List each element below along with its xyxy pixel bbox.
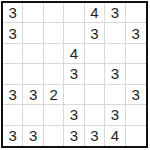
grid-cell[interactable] bbox=[3, 44, 23, 64]
grid-cell[interactable] bbox=[44, 64, 64, 84]
grid-cell[interactable] bbox=[105, 23, 125, 43]
grid-cell[interactable] bbox=[3, 105, 23, 125]
grid-cell[interactable] bbox=[64, 23, 84, 43]
grid-cell[interactable] bbox=[3, 64, 23, 84]
grid-cell[interactable] bbox=[23, 105, 43, 125]
grid-cell-clue: 3 bbox=[3, 126, 23, 146]
grid-cell-clue: 3 bbox=[23, 85, 43, 105]
grid-cell-clue: 3 bbox=[64, 126, 84, 146]
grid-cell[interactable] bbox=[126, 64, 146, 84]
grid-cell-clue: 3 bbox=[3, 3, 23, 23]
grid-cell[interactable] bbox=[23, 23, 43, 43]
grid-cell-clue: 3 bbox=[3, 23, 23, 43]
grid-cell-clue: 3 bbox=[85, 126, 105, 146]
grid-cell[interactable] bbox=[23, 44, 43, 64]
grid-cell[interactable] bbox=[44, 105, 64, 125]
grid-cell[interactable] bbox=[44, 44, 64, 64]
grid-cell-clue: 3 bbox=[105, 3, 125, 23]
grid-cell[interactable] bbox=[44, 23, 64, 43]
grid-cell-clue: 2 bbox=[44, 85, 64, 105]
puzzle-board: 34333343333233333334 bbox=[1, 1, 148, 148]
grid-cell[interactable] bbox=[44, 3, 64, 23]
grid-cell[interactable] bbox=[126, 126, 146, 146]
grid-cell-clue: 3 bbox=[85, 23, 105, 43]
puzzle-canvas: 34333343333233333334 bbox=[0, 0, 150, 150]
grid-cell[interactable] bbox=[64, 3, 84, 23]
grid-cell-clue: 3 bbox=[64, 105, 84, 125]
grid-cell-clue: 3 bbox=[105, 64, 125, 84]
grid-cell-clue: 4 bbox=[64, 44, 84, 64]
grid-cell-clue: 3 bbox=[105, 105, 125, 125]
grid-cell[interactable] bbox=[85, 64, 105, 84]
grid-cell[interactable] bbox=[85, 44, 105, 64]
grid-cell[interactable] bbox=[23, 64, 43, 84]
grid-cell-clue: 3 bbox=[126, 85, 146, 105]
grid-cell[interactable] bbox=[126, 44, 146, 64]
grid-cell-clue: 3 bbox=[3, 85, 23, 105]
grid-cell-clue: 4 bbox=[85, 3, 105, 23]
grid-cell[interactable] bbox=[85, 105, 105, 125]
grid-cell[interactable] bbox=[44, 126, 64, 146]
grid-cell[interactable] bbox=[23, 3, 43, 23]
grid-cell-clue: 3 bbox=[23, 126, 43, 146]
grid-cell-clue: 4 bbox=[105, 126, 125, 146]
grid-cell-clue: 3 bbox=[126, 23, 146, 43]
grid-cell[interactable] bbox=[85, 85, 105, 105]
grid-cell[interactable] bbox=[105, 44, 125, 64]
grid-cell[interactable] bbox=[126, 3, 146, 23]
grid-cell[interactable] bbox=[105, 85, 125, 105]
grid-cell[interactable] bbox=[126, 105, 146, 125]
grid-cell[interactable] bbox=[64, 85, 84, 105]
grid-cell-clue: 3 bbox=[64, 64, 84, 84]
